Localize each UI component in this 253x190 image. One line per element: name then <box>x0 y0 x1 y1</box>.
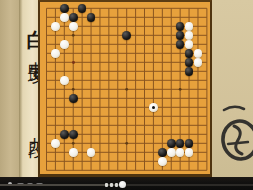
stone-white <box>87 148 96 157</box>
background-texture-right <box>212 0 253 190</box>
knob-time-mark <box>115 183 118 187</box>
stone-black <box>185 67 194 76</box>
background-texture-left <box>0 0 19 190</box>
star-point <box>125 88 128 91</box>
stone-white <box>158 157 167 166</box>
stone-black <box>176 31 185 40</box>
hint-dot <box>72 61 75 64</box>
stone-white <box>194 49 203 58</box>
stone-black <box>176 139 185 148</box>
stone-black <box>87 13 96 22</box>
stone-black <box>69 130 78 139</box>
stone-black <box>185 58 194 67</box>
stone-black <box>176 40 185 49</box>
star-point <box>125 142 128 145</box>
progress-knob[interactable] <box>119 181 126 188</box>
stone-black <box>158 148 167 157</box>
stone-white <box>51 49 60 58</box>
stone-black <box>185 139 194 148</box>
stone-white <box>69 148 78 157</box>
video-frame[interactable]: 白 申旻埈 九段 <box>0 0 253 190</box>
stone-black <box>185 49 194 58</box>
last-move-marker <box>152 106 155 109</box>
stone-white <box>167 148 176 157</box>
stone-black <box>122 31 131 40</box>
star-point <box>72 142 75 145</box>
stone-white <box>185 40 194 49</box>
stone-white <box>69 22 78 31</box>
stone-white <box>185 148 194 157</box>
stone-white <box>185 22 194 31</box>
stone-black <box>167 139 176 148</box>
stone-black <box>176 22 185 31</box>
stone-black <box>69 13 78 22</box>
stone-black <box>60 4 69 13</box>
star-point <box>72 34 75 37</box>
stone-white <box>194 58 203 67</box>
stone-white <box>51 139 60 148</box>
star-point <box>179 88 182 91</box>
stone-white <box>185 31 194 40</box>
stone-white <box>60 76 69 85</box>
knob-time-mark <box>105 183 108 187</box>
stone-white <box>176 148 185 157</box>
stone-white <box>60 40 69 49</box>
stone-white <box>51 22 60 31</box>
progress-fill <box>0 184 122 186</box>
channel-logo-seal <box>214 96 253 184</box>
go-board[interactable] <box>38 0 212 177</box>
stone-black <box>60 130 69 139</box>
stone-black <box>69 94 78 103</box>
stone-white <box>60 13 69 22</box>
video-player-bar[interactable] <box>0 177 253 190</box>
knob-time-mark <box>110 183 113 187</box>
star-point <box>72 88 75 91</box>
stone-black <box>78 4 87 13</box>
